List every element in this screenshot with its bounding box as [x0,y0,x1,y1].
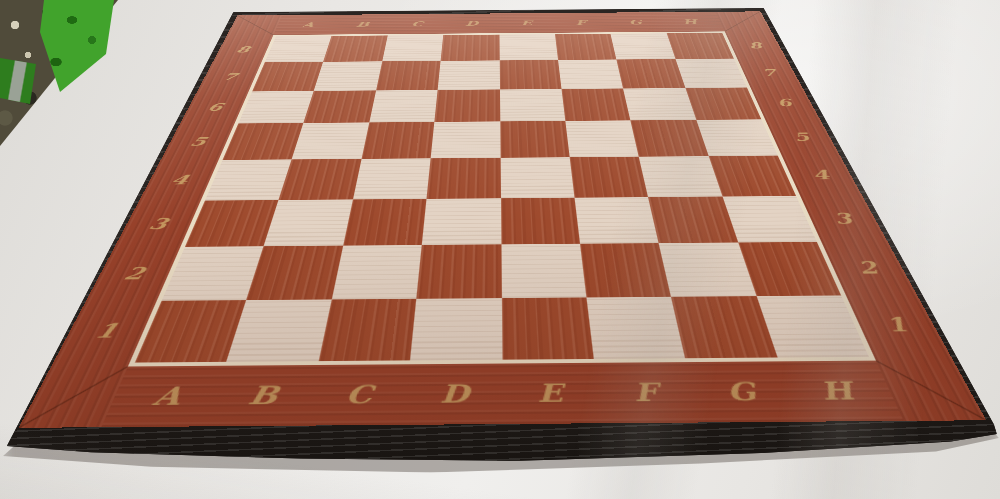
chess-board: ABCDEFGH ABCDEFGH 87654321 87654321 [18,11,986,427]
square-d6[interactable] [434,89,499,122]
square-g6[interactable] [623,87,696,120]
square-f1[interactable] [586,296,685,358]
square-c6[interactable] [369,89,438,122]
square-e8[interactable] [499,34,558,60]
square-b3[interactable] [263,199,352,246]
square-f3[interactable] [574,197,658,244]
square-c7[interactable] [375,61,440,90]
square-d4[interactable] [426,157,500,198]
file-labels-top: ABCDEFGH [276,11,721,34]
square-e7[interactable] [499,60,561,89]
file-label-top-c: C [387,13,445,33]
file-label-bottom-f: F [593,361,699,422]
chess-board-group: ABCDEFGH ABCDEFGH 87654321 87654321 [0,0,1000,499]
file-label-bottom-c: C [304,364,409,425]
square-g8[interactable] [610,33,675,59]
square-a8[interactable] [264,36,331,62]
file-label-bottom-e: E [501,362,600,423]
square-h8[interactable] [666,32,733,58]
file-labels-bottom: ABCDEFGH [106,360,897,426]
square-e4[interactable] [500,156,574,197]
square-f5[interactable] [565,120,639,156]
square-d1[interactable] [409,297,501,360]
square-b8[interactable] [323,35,387,61]
square-c1[interactable] [318,298,416,361]
square-h7[interactable] [675,58,747,87]
square-e2[interactable] [500,243,585,297]
square-b5[interactable] [292,122,369,159]
file-label-top-g: G [605,12,665,32]
square-e6[interactable] [499,88,565,121]
square-b4[interactable] [278,158,361,199]
square-b2[interactable] [246,245,342,299]
file-label-top-e: E [499,13,555,33]
square-g4[interactable] [638,155,721,196]
square-c2[interactable] [331,245,421,299]
file-label-top-b: B [332,14,392,34]
square-c5[interactable] [361,122,434,159]
file-label-top-f: F [552,12,610,32]
square-d7[interactable] [437,60,499,89]
square-d3[interactable] [421,198,500,245]
square-g7[interactable] [616,59,684,88]
file-label-top-h: H [659,11,721,31]
square-f6[interactable] [561,88,630,121]
file-label-top-d: D [443,13,499,33]
file-label-bottom-d: D [403,363,502,424]
square-f7[interactable] [558,59,623,88]
square-b7[interactable] [314,61,382,90]
square-c8[interactable] [382,35,443,61]
file-label-top-a: A [276,14,338,34]
square-b6[interactable] [303,90,375,123]
square-a7[interactable] [252,62,323,91]
square-e1[interactable] [501,297,593,359]
square-f8[interactable] [554,33,616,59]
square-d2[interactable] [416,244,501,298]
square-e5[interactable] [499,120,569,157]
square-c4[interactable] [352,158,430,199]
file-label-bottom-b: B [205,364,317,425]
perspective-wrapper: ABCDEFGH ABCDEFGH 87654321 87654321 [0,0,1000,499]
square-d8[interactable] [440,34,499,60]
square-d5[interactable] [430,121,499,158]
square-f4[interactable] [569,156,648,197]
photo-scene: ABCDEFGH ABCDEFGH 87654321 87654321 [0,0,1000,499]
square-g5[interactable] [630,119,708,155]
square-f2[interactable] [579,243,670,297]
square-a6[interactable] [238,90,314,123]
square-c3[interactable] [342,198,426,245]
square-e3[interactable] [500,197,579,244]
